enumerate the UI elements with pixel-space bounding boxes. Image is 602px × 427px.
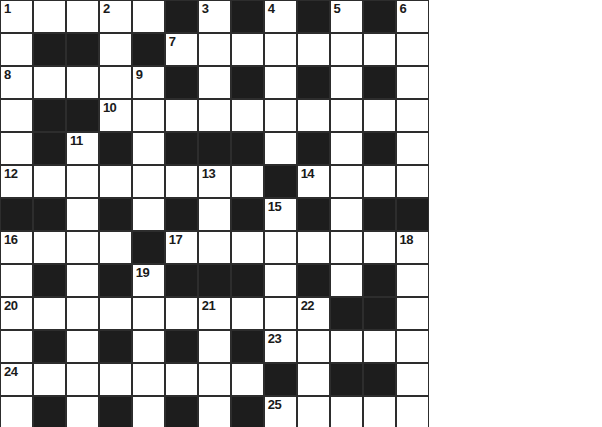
cell-r11c4[interactable] [133, 364, 164, 395]
clue-number-18: 18 [400, 233, 413, 247]
cell-r1c9[interactable] [298, 34, 329, 65]
cell-r9c4[interactable] [133, 298, 164, 329]
clue-number-15: 15 [268, 200, 281, 214]
cell-r0c0[interactable]: 1 [1, 1, 32, 32]
cell-r4c8[interactable] [265, 133, 296, 164]
clue-number-19: 19 [136, 266, 149, 280]
block-cell-r4c7 [232, 133, 263, 164]
clue-number-2: 2 [103, 2, 110, 16]
block-cell-r9c11 [364, 298, 395, 329]
cell-r9c9[interactable]: 22 [298, 298, 329, 329]
cell-r11c7[interactable] [232, 364, 263, 395]
block-cell-r3c2 [67, 100, 98, 131]
clue-number-20: 20 [4, 299, 17, 313]
clue-number-24: 24 [4, 365, 17, 379]
cell-r8c12[interactable] [397, 265, 428, 296]
cell-r7c2[interactable] [67, 232, 98, 263]
cell-r12c8[interactable]: 25 [265, 397, 296, 427]
cell-r10c0[interactable] [1, 331, 32, 362]
cell-r7c11[interactable] [364, 232, 395, 263]
clue-number-5: 5 [334, 2, 341, 16]
block-cell-r6c11 [364, 199, 395, 230]
cell-r11c3[interactable] [100, 364, 131, 395]
cell-r4c0[interactable] [1, 133, 32, 164]
clue-number-12: 12 [4, 167, 17, 181]
cell-r6c4[interactable] [133, 199, 164, 230]
cell-r8c2[interactable] [67, 265, 98, 296]
cell-r7c7[interactable] [232, 232, 263, 263]
cell-r6c6[interactable] [199, 199, 230, 230]
clue-number-1: 1 [4, 2, 11, 16]
block-cell-r10c7 [232, 331, 263, 362]
cell-r12c10[interactable] [331, 397, 362, 427]
block-cell-r0c9 [298, 1, 329, 32]
cell-r0c12[interactable]: 6 [397, 1, 428, 32]
cell-r10c12[interactable] [397, 331, 428, 362]
cell-r2c8[interactable] [265, 67, 296, 98]
block-cell-r10c3 [100, 331, 131, 362]
cell-r5c1[interactable] [34, 166, 65, 197]
block-cell-r1c1 [34, 34, 65, 65]
cell-r3c4[interactable] [133, 100, 164, 131]
cell-r12c2[interactable] [67, 397, 98, 427]
cell-r5c4[interactable] [133, 166, 164, 197]
clue-number-9: 9 [136, 68, 143, 82]
cell-r9c5[interactable] [166, 298, 197, 329]
block-cell-r8c3 [100, 265, 131, 296]
cell-r0c6[interactable]: 3 [199, 1, 230, 32]
cell-r10c6[interactable] [199, 331, 230, 362]
block-cell-r10c1 [34, 331, 65, 362]
cell-r7c5[interactable]: 17 [166, 232, 197, 263]
clue-number-13: 13 [202, 167, 215, 181]
cell-r12c0[interactable] [1, 397, 32, 427]
clue-number-3: 3 [202, 2, 209, 16]
cell-r12c9[interactable] [298, 397, 329, 427]
cell-r10c4[interactable] [133, 331, 164, 362]
cell-r1c5[interactable]: 7 [166, 34, 197, 65]
page-canvas: 1234567891011121314151617181920212223242… [0, 0, 602, 427]
clue-number-16: 16 [4, 233, 17, 247]
cell-r12c12[interactable] [397, 397, 428, 427]
clue-number-7: 7 [169, 35, 176, 49]
cell-r4c4[interactable] [133, 133, 164, 164]
cell-r5c7[interactable] [232, 166, 263, 197]
cell-r2c3[interactable] [100, 67, 131, 98]
cell-r7c0[interactable]: 16 [1, 232, 32, 263]
block-cell-r10c5 [166, 331, 197, 362]
cell-r3c9[interactable] [298, 100, 329, 131]
cell-r3c8[interactable] [265, 100, 296, 131]
clue-number-4: 4 [268, 2, 275, 16]
block-cell-r8c1 [34, 265, 65, 296]
cell-r7c9[interactable] [298, 232, 329, 263]
cell-r5c2[interactable] [67, 166, 98, 197]
block-cell-r1c4 [133, 34, 164, 65]
cell-r11c0[interactable]: 24 [1, 364, 32, 395]
block-cell-r4c11 [364, 133, 395, 164]
cell-r11c5[interactable] [166, 364, 197, 395]
clue-number-6: 6 [400, 2, 407, 16]
cell-r7c6[interactable] [199, 232, 230, 263]
clue-number-11: 11 [70, 134, 83, 148]
block-cell-r6c12 [397, 199, 428, 230]
cell-r4c10[interactable] [331, 133, 362, 164]
block-cell-r4c9 [298, 133, 329, 164]
cell-r2c0[interactable]: 8 [1, 67, 32, 98]
cell-r9c2[interactable] [67, 298, 98, 329]
block-cell-r12c1 [34, 397, 65, 427]
block-cell-r11c11 [364, 364, 395, 395]
cell-r3c0[interactable] [1, 100, 32, 131]
crossword-grid: 1234567891011121314151617181920212223242… [0, 0, 429, 427]
block-cell-r12c3 [100, 397, 131, 427]
block-cell-r2c5 [166, 67, 197, 98]
cell-r2c6[interactable] [199, 67, 230, 98]
cell-r5c9[interactable]: 14 [298, 166, 329, 197]
cell-r7c3[interactable] [100, 232, 131, 263]
block-cell-r3c1 [34, 100, 65, 131]
cell-r10c2[interactable] [67, 331, 98, 362]
cell-r0c8[interactable]: 4 [265, 1, 296, 32]
clue-number-17: 17 [169, 233, 182, 247]
cell-r9c1[interactable] [34, 298, 65, 329]
block-cell-r0c7 [232, 1, 263, 32]
block-cell-r6c0 [1, 199, 32, 230]
cell-r0c10[interactable]: 5 [331, 1, 362, 32]
block-cell-r8c5 [166, 265, 197, 296]
clue-number-8: 8 [4, 68, 11, 82]
cell-r12c6[interactable] [199, 397, 230, 427]
cell-r5c0[interactable]: 12 [1, 166, 32, 197]
block-cell-r0c11 [364, 1, 395, 32]
cell-r1c3[interactable] [100, 34, 131, 65]
cell-r2c4[interactable]: 9 [133, 67, 164, 98]
cell-r3c11[interactable] [364, 100, 395, 131]
cell-r2c1[interactable] [34, 67, 65, 98]
block-cell-r8c7 [232, 265, 263, 296]
cell-r10c11[interactable] [364, 331, 395, 362]
cell-r6c10[interactable] [331, 199, 362, 230]
block-cell-r1c2 [67, 34, 98, 65]
cell-r12c11[interactable] [364, 397, 395, 427]
block-cell-r6c1 [34, 199, 65, 230]
cell-r5c10[interactable] [331, 166, 362, 197]
cell-r1c7[interactable] [232, 34, 263, 65]
cell-r5c5[interactable] [166, 166, 197, 197]
cell-r5c12[interactable] [397, 166, 428, 197]
cell-r9c3[interactable] [100, 298, 131, 329]
cell-r0c4[interactable] [133, 1, 164, 32]
block-cell-r5c8 [265, 166, 296, 197]
cell-r2c2[interactable] [67, 67, 98, 98]
cell-r9c0[interactable]: 20 [1, 298, 32, 329]
block-cell-r8c11 [364, 265, 395, 296]
block-cell-r6c7 [232, 199, 263, 230]
cell-r8c10[interactable] [331, 265, 362, 296]
cell-r6c8[interactable]: 15 [265, 199, 296, 230]
block-cell-r11c10 [331, 364, 362, 395]
block-cell-r6c5 [166, 199, 197, 230]
cell-r11c6[interactable] [199, 364, 230, 395]
cell-r7c12[interactable]: 18 [397, 232, 428, 263]
block-cell-r4c5 [166, 133, 197, 164]
block-cell-r6c3 [100, 199, 131, 230]
clue-number-22: 22 [301, 299, 314, 313]
cell-r10c9[interactable] [298, 331, 329, 362]
cell-r5c11[interactable] [364, 166, 395, 197]
cell-r1c0[interactable] [1, 34, 32, 65]
block-cell-r4c6 [199, 133, 230, 164]
clue-number-21: 21 [202, 299, 215, 313]
cell-r11c9[interactable] [298, 364, 329, 395]
cell-r3c6[interactable] [199, 100, 230, 131]
cell-r7c8[interactable] [265, 232, 296, 263]
cell-r3c3[interactable]: 10 [100, 100, 131, 131]
cell-r0c3[interactable]: 2 [100, 1, 131, 32]
block-cell-r11c8 [265, 364, 296, 395]
clue-number-10: 10 [103, 101, 116, 115]
clue-number-14: 14 [301, 167, 314, 181]
cell-r9c7[interactable] [232, 298, 263, 329]
cell-r8c8[interactable] [265, 265, 296, 296]
block-cell-r4c3 [100, 133, 131, 164]
block-cell-r8c9 [298, 265, 329, 296]
cell-r3c7[interactable] [232, 100, 263, 131]
cell-r10c8[interactable]: 23 [265, 331, 296, 362]
block-cell-r2c9 [298, 67, 329, 98]
cell-r4c2[interactable]: 11 [67, 133, 98, 164]
block-cell-r6c9 [298, 199, 329, 230]
cell-r11c2[interactable] [67, 364, 98, 395]
cell-r1c12[interactable] [397, 34, 428, 65]
cell-r6c2[interactable] [67, 199, 98, 230]
block-cell-r0c5 [166, 1, 197, 32]
block-cell-r8c6 [199, 265, 230, 296]
block-cell-r12c5 [166, 397, 197, 427]
block-cell-r12c7 [232, 397, 263, 427]
cell-r8c0[interactable] [1, 265, 32, 296]
cell-r4c12[interactable] [397, 133, 428, 164]
clue-number-25: 25 [268, 398, 281, 412]
cell-r11c1[interactable] [34, 364, 65, 395]
cell-r3c10[interactable] [331, 100, 362, 131]
cell-r9c8[interactable] [265, 298, 296, 329]
block-cell-r4c1 [34, 133, 65, 164]
cell-r11c12[interactable] [397, 364, 428, 395]
clue-number-23: 23 [268, 332, 281, 346]
cell-r1c8[interactable] [265, 34, 296, 65]
cell-r8c4[interactable]: 19 [133, 265, 164, 296]
cell-r3c12[interactable] [397, 100, 428, 131]
cell-r10c10[interactable] [331, 331, 362, 362]
cell-r7c1[interactable] [34, 232, 65, 263]
cell-r3c5[interactable] [166, 100, 197, 131]
block-cell-r2c11 [364, 67, 395, 98]
cell-r9c6[interactable]: 21 [199, 298, 230, 329]
cell-r7c10[interactable] [331, 232, 362, 263]
cell-r2c12[interactable] [397, 67, 428, 98]
cell-r5c3[interactable] [100, 166, 131, 197]
block-cell-r2c7 [232, 67, 263, 98]
cell-r0c2[interactable] [67, 1, 98, 32]
block-cell-r7c4 [133, 232, 164, 263]
cell-r1c6[interactable] [199, 34, 230, 65]
cell-r2c10[interactable] [331, 67, 362, 98]
cell-r9c12[interactable] [397, 298, 428, 329]
cell-r1c10[interactable] [331, 34, 362, 65]
block-cell-r9c10 [331, 298, 362, 329]
cell-r5c6[interactable]: 13 [199, 166, 230, 197]
cell-r12c4[interactable] [133, 397, 164, 427]
cell-r0c1[interactable] [34, 1, 65, 32]
cell-r1c11[interactable] [364, 34, 395, 65]
